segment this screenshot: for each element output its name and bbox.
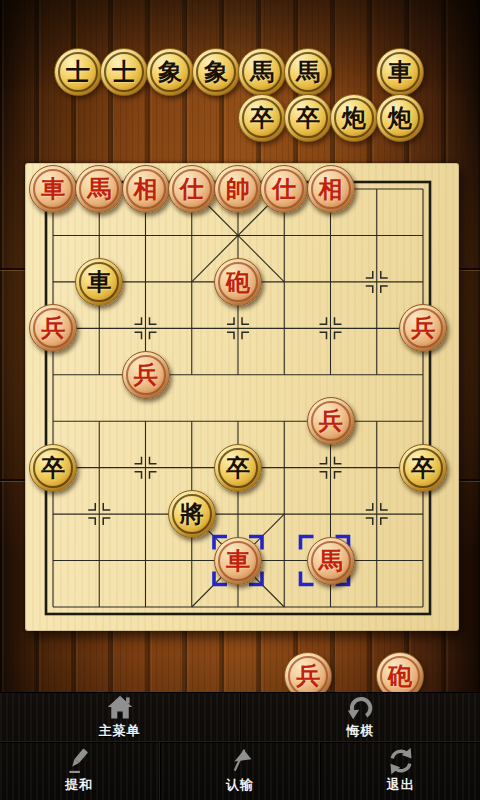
toolbar-row-2: 提和 认输 退出 <box>0 742 480 800</box>
piece-character: 炮 <box>342 106 366 130</box>
piece-black-soldier: 卒 <box>238 94 286 142</box>
piece-character: 相 <box>319 177 343 201</box>
piece-black-chariot: 車 <box>376 48 424 96</box>
piece-character: 士 <box>112 60 136 84</box>
undo-label: 悔棋 <box>347 722 375 740</box>
piece-red-horse[interactable]: 馬 <box>75 165 123 213</box>
offer-draw-label: 提和 <box>65 776 93 794</box>
piece-character: 仕 <box>180 177 204 201</box>
piece-character: 仕 <box>272 177 296 201</box>
main-menu-button[interactable]: 主菜单 <box>0 693 240 741</box>
piece-black-horse: 馬 <box>238 48 286 96</box>
exit-label: 退出 <box>387 776 415 794</box>
piece-character: 卒 <box>296 106 320 130</box>
piece-red-chariot[interactable]: 車 <box>214 537 262 585</box>
piece-black-elephant: 象 <box>146 48 194 96</box>
piece-character: 相 <box>134 177 158 201</box>
piece-character: 兵 <box>411 316 435 340</box>
resign-label: 认输 <box>226 776 254 794</box>
piece-character: 象 <box>204 60 228 84</box>
piece-character: 士 <box>66 60 90 84</box>
piece-character: 車 <box>388 60 412 84</box>
piece-character: 卒 <box>41 456 65 480</box>
piece-black-soldier[interactable]: 卒 <box>214 444 262 492</box>
undo-icon <box>346 694 376 720</box>
piece-red-general[interactable]: 帥 <box>214 165 262 213</box>
piece-character: 兵 <box>319 409 343 433</box>
piece-red-horse[interactable]: 馬 <box>307 537 355 585</box>
piece-character: 兵 <box>296 664 320 688</box>
offer-draw-button[interactable]: 提和 <box>0 742 160 800</box>
toolbar-row-1: 主菜单 悔棋 <box>0 693 480 742</box>
piece-character: 將 <box>180 502 204 526</box>
undo-move-button[interactable]: 悔棋 <box>240 693 480 741</box>
piece-character: 帥 <box>226 177 250 201</box>
exit-icon <box>387 748 415 774</box>
piece-black-elephant: 象 <box>192 48 240 96</box>
piece-black-advisor: 士 <box>100 48 148 96</box>
piece-character: 馬 <box>250 60 274 84</box>
piece-red-soldier[interactable]: 兵 <box>122 351 170 399</box>
exit-button[interactable]: 退出 <box>320 742 480 800</box>
piece-black-soldier[interactable]: 卒 <box>399 444 447 492</box>
piece-black-chariot[interactable]: 車 <box>75 258 123 306</box>
piece-character: 象 <box>158 60 182 84</box>
piece-red-elephant[interactable]: 相 <box>307 165 355 213</box>
piece-character: 車 <box>41 177 65 201</box>
piece-character: 砲 <box>226 270 250 294</box>
piece-black-general[interactable]: 將 <box>168 490 216 538</box>
xiangqi-app-screen: 士士象象馬馬車卒卒炮炮 車馬相仕帥仕相車砲兵兵兵兵卒卒卒將車馬 兵砲 主菜单 悔… <box>0 0 480 800</box>
piece-character: 車 <box>87 270 111 294</box>
pencil-icon <box>65 748 93 774</box>
piece-character: 兵 <box>134 363 158 387</box>
piece-red-soldier[interactable]: 兵 <box>399 304 447 352</box>
xiangqi-board[interactable]: 車馬相仕帥仕相車砲兵兵兵兵卒卒卒將車馬 <box>25 163 459 631</box>
piece-black-advisor: 士 <box>54 48 102 96</box>
piece-character: 砲 <box>388 664 412 688</box>
piece-character: 車 <box>226 549 250 573</box>
piece-red-cannon[interactable]: 砲 <box>214 258 262 306</box>
piece-red-soldier[interactable]: 兵 <box>307 397 355 445</box>
piece-black-soldier: 卒 <box>284 94 332 142</box>
piece-black-soldier[interactable]: 卒 <box>29 444 77 492</box>
piece-character: 馬 <box>87 177 111 201</box>
piece-red-advisor[interactable]: 仕 <box>260 165 308 213</box>
piece-character: 兵 <box>41 316 65 340</box>
piece-character: 炮 <box>388 106 412 130</box>
piece-character: 卒 <box>250 106 274 130</box>
piece-character: 卒 <box>411 456 435 480</box>
home-icon <box>105 694 135 720</box>
piece-red-chariot[interactable]: 車 <box>29 165 77 213</box>
piece-character: 卒 <box>226 456 250 480</box>
bottom-toolbar: 主菜单 悔棋 提和 认输 <box>0 692 480 800</box>
piece-character: 馬 <box>296 60 320 84</box>
resign-button[interactable]: 认输 <box>160 742 321 800</box>
piece-red-soldier[interactable]: 兵 <box>29 304 77 352</box>
piece-character: 馬 <box>319 549 343 573</box>
piece-black-horse: 馬 <box>284 48 332 96</box>
piece-red-advisor[interactable]: 仕 <box>168 165 216 213</box>
flag-icon <box>226 748 254 774</box>
piece-black-cannon: 炮 <box>330 94 378 142</box>
piece-red-elephant[interactable]: 相 <box>122 165 170 213</box>
main-menu-label: 主菜单 <box>99 722 141 740</box>
piece-black-cannon: 炮 <box>376 94 424 142</box>
